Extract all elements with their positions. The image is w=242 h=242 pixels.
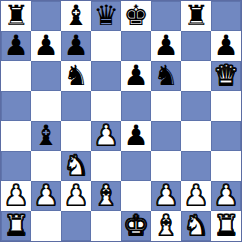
square-h4[interactable] bbox=[211, 121, 241, 151]
square-d1[interactable] bbox=[91, 211, 121, 241]
chess-board: ♜♝♛♚♜♟♟♟♟♟♞♟♞♛♝♟♟♞♟♟♟♝♟♟♟♜♚♝♞♜ bbox=[0, 0, 242, 242]
square-g7[interactable] bbox=[181, 31, 211, 61]
piece-black-pawn[interactable]: ♟ bbox=[33, 32, 58, 60]
piece-white-knight[interactable]: ♞ bbox=[183, 212, 208, 240]
square-c5[interactable] bbox=[61, 91, 91, 121]
piece-white-pawn[interactable]: ♟ bbox=[33, 182, 58, 210]
piece-white-pawn[interactable]: ♟ bbox=[183, 182, 208, 210]
piece-black-pawn[interactable]: ♟ bbox=[123, 122, 148, 150]
square-f4[interactable] bbox=[151, 121, 181, 151]
square-b1[interactable] bbox=[31, 211, 61, 241]
square-f7[interactable]: ♟ bbox=[151, 31, 181, 61]
piece-black-rook[interactable]: ♜ bbox=[183, 2, 208, 30]
square-c8[interactable]: ♝ bbox=[61, 1, 91, 31]
piece-white-knight[interactable]: ♞ bbox=[63, 152, 88, 180]
square-h8[interactable] bbox=[211, 1, 241, 31]
piece-white-queen[interactable]: ♛ bbox=[213, 62, 238, 90]
square-g6[interactable] bbox=[181, 61, 211, 91]
square-d8[interactable]: ♛ bbox=[91, 1, 121, 31]
square-b3[interactable] bbox=[31, 151, 61, 181]
square-d7[interactable] bbox=[91, 31, 121, 61]
square-a6[interactable] bbox=[1, 61, 31, 91]
piece-white-pawn[interactable]: ♟ bbox=[93, 122, 118, 150]
square-f3[interactable] bbox=[151, 151, 181, 181]
square-d2[interactable]: ♝ bbox=[91, 181, 121, 211]
square-d3[interactable] bbox=[91, 151, 121, 181]
square-b4[interactable]: ♝ bbox=[31, 121, 61, 151]
square-e8[interactable]: ♚ bbox=[121, 1, 151, 31]
square-c7[interactable]: ♟ bbox=[61, 31, 91, 61]
square-a3[interactable] bbox=[1, 151, 31, 181]
square-g4[interactable] bbox=[181, 121, 211, 151]
square-g2[interactable]: ♟ bbox=[181, 181, 211, 211]
square-a4[interactable] bbox=[1, 121, 31, 151]
square-a5[interactable] bbox=[1, 91, 31, 121]
square-e6[interactable]: ♟ bbox=[121, 61, 151, 91]
piece-black-knight[interactable]: ♞ bbox=[63, 62, 88, 90]
square-e1[interactable]: ♚ bbox=[121, 211, 151, 241]
piece-white-pawn[interactable]: ♟ bbox=[3, 182, 28, 210]
piece-white-rook[interactable]: ♜ bbox=[213, 212, 238, 240]
piece-black-bishop[interactable]: ♝ bbox=[63, 2, 88, 30]
square-h3[interactable] bbox=[211, 151, 241, 181]
square-a2[interactable]: ♟ bbox=[1, 181, 31, 211]
square-c3[interactable]: ♞ bbox=[61, 151, 91, 181]
square-c6[interactable]: ♞ bbox=[61, 61, 91, 91]
square-c1[interactable] bbox=[61, 211, 91, 241]
square-f1[interactable]: ♝ bbox=[151, 211, 181, 241]
square-b7[interactable]: ♟ bbox=[31, 31, 61, 61]
square-a7[interactable]: ♟ bbox=[1, 31, 31, 61]
square-h1[interactable]: ♜ bbox=[211, 211, 241, 241]
piece-black-pawn[interactable]: ♟ bbox=[3, 32, 28, 60]
square-f8[interactable] bbox=[151, 1, 181, 31]
piece-black-rook[interactable]: ♜ bbox=[3, 2, 28, 30]
square-d6[interactable] bbox=[91, 61, 121, 91]
square-h5[interactable] bbox=[211, 91, 241, 121]
square-b8[interactable] bbox=[31, 1, 61, 31]
square-g8[interactable]: ♜ bbox=[181, 1, 211, 31]
piece-black-pawn[interactable]: ♟ bbox=[153, 32, 178, 60]
piece-black-bishop[interactable]: ♝ bbox=[33, 122, 58, 150]
square-e7[interactable] bbox=[121, 31, 151, 61]
square-b2[interactable]: ♟ bbox=[31, 181, 61, 211]
square-b5[interactable] bbox=[31, 91, 61, 121]
piece-white-pawn[interactable]: ♟ bbox=[153, 182, 178, 210]
square-g1[interactable]: ♞ bbox=[181, 211, 211, 241]
piece-white-bishop[interactable]: ♝ bbox=[153, 212, 178, 240]
piece-white-pawn[interactable]: ♟ bbox=[63, 182, 88, 210]
piece-black-pawn[interactable]: ♟ bbox=[63, 32, 88, 60]
square-h6[interactable]: ♛ bbox=[211, 61, 241, 91]
square-g3[interactable] bbox=[181, 151, 211, 181]
square-f6[interactable]: ♞ bbox=[151, 61, 181, 91]
square-f5[interactable] bbox=[151, 91, 181, 121]
square-e4[interactable]: ♟ bbox=[121, 121, 151, 151]
square-e2[interactable] bbox=[121, 181, 151, 211]
square-c2[interactable]: ♟ bbox=[61, 181, 91, 211]
piece-black-king[interactable]: ♚ bbox=[123, 2, 148, 30]
piece-white-pawn[interactable]: ♟ bbox=[213, 182, 238, 210]
square-e3[interactable] bbox=[121, 151, 151, 181]
square-a8[interactable]: ♜ bbox=[1, 1, 31, 31]
square-e5[interactable] bbox=[121, 91, 151, 121]
piece-white-king[interactable]: ♚ bbox=[123, 212, 148, 240]
piece-white-rook[interactable]: ♜ bbox=[3, 212, 28, 240]
square-d4[interactable]: ♟ bbox=[91, 121, 121, 151]
square-d5[interactable] bbox=[91, 91, 121, 121]
square-g5[interactable] bbox=[181, 91, 211, 121]
piece-black-pawn[interactable]: ♟ bbox=[123, 62, 148, 90]
square-h2[interactable]: ♟ bbox=[211, 181, 241, 211]
piece-white-bishop[interactable]: ♝ bbox=[93, 182, 118, 210]
square-a1[interactable]: ♜ bbox=[1, 211, 31, 241]
piece-black-knight[interactable]: ♞ bbox=[153, 62, 178, 90]
square-f2[interactable]: ♟ bbox=[151, 181, 181, 211]
square-b6[interactable] bbox=[31, 61, 61, 91]
square-h7[interactable]: ♟ bbox=[211, 31, 241, 61]
piece-black-pawn[interactable]: ♟ bbox=[213, 32, 238, 60]
square-c4[interactable] bbox=[61, 121, 91, 151]
piece-black-queen[interactable]: ♛ bbox=[93, 2, 118, 30]
